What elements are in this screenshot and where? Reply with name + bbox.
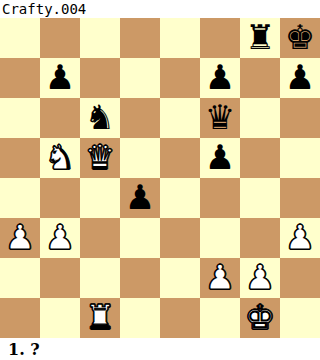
- square-e8[interactable]: [160, 18, 200, 58]
- titlebar: Crafty.004: [0, 0, 320, 18]
- square-a6[interactable]: [0, 98, 40, 138]
- piece-black-rook[interactable]: ♜: [245, 18, 275, 57]
- square-g1[interactable]: ♚: [240, 298, 280, 338]
- square-b5[interactable]: ♞: [40, 138, 80, 178]
- piece-black-pawn[interactable]: ♟: [125, 178, 155, 217]
- square-a7[interactable]: [0, 58, 40, 98]
- piece-white-pawn[interactable]: ♟: [205, 258, 235, 297]
- square-b8[interactable]: [40, 18, 80, 58]
- piece-white-queen[interactable]: ♛: [85, 138, 115, 177]
- square-b1[interactable]: [40, 298, 80, 338]
- square-e4[interactable]: [160, 178, 200, 218]
- square-c8[interactable]: [80, 18, 120, 58]
- square-a5[interactable]: [0, 138, 40, 178]
- square-c7[interactable]: [80, 58, 120, 98]
- square-g6[interactable]: [240, 98, 280, 138]
- square-b2[interactable]: [40, 258, 80, 298]
- square-h5[interactable]: [280, 138, 320, 178]
- square-e5[interactable]: [160, 138, 200, 178]
- piece-white-knight[interactable]: ♞: [45, 138, 75, 177]
- square-c3[interactable]: [80, 218, 120, 258]
- piece-white-pawn[interactable]: ♟: [245, 258, 275, 297]
- square-f3[interactable]: [200, 218, 240, 258]
- square-g5[interactable]: [240, 138, 280, 178]
- piece-white-pawn[interactable]: ♟: [5, 218, 35, 257]
- square-d6[interactable]: [120, 98, 160, 138]
- piece-white-pawn[interactable]: ♟: [285, 218, 315, 257]
- square-c6[interactable]: ♞: [80, 98, 120, 138]
- window-title: Crafty.004: [0, 1, 86, 17]
- square-c2[interactable]: [80, 258, 120, 298]
- square-h2[interactable]: [280, 258, 320, 298]
- square-f4[interactable]: [200, 178, 240, 218]
- piece-black-pawn[interactable]: ♟: [285, 58, 315, 97]
- piece-black-knight[interactable]: ♞: [85, 98, 115, 137]
- square-e7[interactable]: [160, 58, 200, 98]
- square-d4[interactable]: ♟: [120, 178, 160, 218]
- square-d7[interactable]: [120, 58, 160, 98]
- square-h7[interactable]: ♟: [280, 58, 320, 98]
- piece-black-queen[interactable]: ♛: [205, 98, 235, 137]
- square-h6[interactable]: [280, 98, 320, 138]
- square-d1[interactable]: [120, 298, 160, 338]
- square-g8[interactable]: ♜: [240, 18, 280, 58]
- square-a1[interactable]: [0, 298, 40, 338]
- status-bar: 1. ?: [0, 338, 320, 360]
- chess-board: ♜♚♟♟♟♞♛♞♛♟♟♟♟♟♟♟♜♚: [0, 18, 320, 338]
- square-e1[interactable]: [160, 298, 200, 338]
- square-g4[interactable]: [240, 178, 280, 218]
- square-b7[interactable]: ♟: [40, 58, 80, 98]
- piece-white-pawn[interactable]: ♟: [45, 218, 75, 257]
- square-a2[interactable]: [0, 258, 40, 298]
- square-c4[interactable]: [80, 178, 120, 218]
- square-b4[interactable]: [40, 178, 80, 218]
- square-c5[interactable]: ♛: [80, 138, 120, 178]
- piece-white-rook[interactable]: ♜: [85, 298, 115, 337]
- square-d5[interactable]: [120, 138, 160, 178]
- square-g3[interactable]: [240, 218, 280, 258]
- square-h1[interactable]: [280, 298, 320, 338]
- square-f2[interactable]: ♟: [200, 258, 240, 298]
- square-d3[interactable]: [120, 218, 160, 258]
- square-f5[interactable]: ♟: [200, 138, 240, 178]
- square-f1[interactable]: [200, 298, 240, 338]
- square-f6[interactable]: ♛: [200, 98, 240, 138]
- square-a4[interactable]: [0, 178, 40, 218]
- square-e2[interactable]: [160, 258, 200, 298]
- square-a3[interactable]: ♟: [0, 218, 40, 258]
- square-a8[interactable]: [0, 18, 40, 58]
- move-prompt: 1. ?: [0, 340, 40, 359]
- square-f8[interactable]: [200, 18, 240, 58]
- square-g2[interactable]: ♟: [240, 258, 280, 298]
- piece-black-pawn[interactable]: ♟: [45, 58, 75, 97]
- piece-black-pawn[interactable]: ♟: [205, 138, 235, 177]
- square-d2[interactable]: [120, 258, 160, 298]
- chess-window: Crafty.004 ♜♚♟♟♟♞♛♞♛♟♟♟♟♟♟♟♜♚ 1. ?: [0, 0, 320, 360]
- square-e6[interactable]: [160, 98, 200, 138]
- square-e3[interactable]: [160, 218, 200, 258]
- square-b6[interactable]: [40, 98, 80, 138]
- square-d8[interactable]: [120, 18, 160, 58]
- piece-white-king[interactable]: ♚: [245, 298, 275, 337]
- piece-black-king[interactable]: ♚: [285, 18, 315, 57]
- square-h8[interactable]: ♚: [280, 18, 320, 58]
- square-g7[interactable]: [240, 58, 280, 98]
- square-h3[interactable]: ♟: [280, 218, 320, 258]
- square-b3[interactable]: ♟: [40, 218, 80, 258]
- square-f7[interactable]: ♟: [200, 58, 240, 98]
- square-h4[interactable]: [280, 178, 320, 218]
- square-c1[interactable]: ♜: [80, 298, 120, 338]
- piece-black-pawn[interactable]: ♟: [205, 58, 235, 97]
